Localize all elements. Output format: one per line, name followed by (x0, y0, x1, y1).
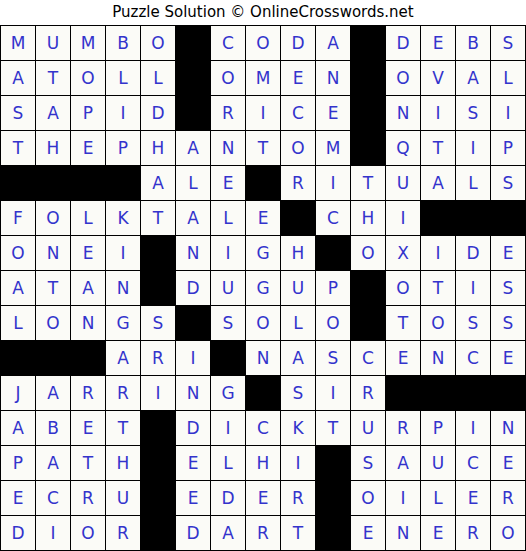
letter-cell-r13c12: A (386, 446, 420, 480)
letter-cell-r4c6: A (176, 131, 210, 165)
block-cell-r15c5 (141, 516, 175, 550)
letter-cell-r13c4: H (106, 446, 140, 480)
letter-cell-r10c13: N (421, 341, 455, 375)
letter-cell-r7c4: I (106, 236, 140, 270)
letter-cell-r5c5: A (141, 166, 175, 200)
letter-cell-r15c15: O (491, 516, 525, 550)
letter-cell-r8c4: N (106, 271, 140, 305)
letter-cell-r15c9: T (281, 516, 315, 550)
letter-cell-r13c6: E (176, 446, 210, 480)
letter-cell-r10c4: A (106, 341, 140, 375)
letter-cell-r11c6: N (176, 376, 210, 410)
letter-cell-r12c7: I (211, 411, 245, 445)
letter-cell-r1c3: M (71, 26, 105, 60)
letter-cell-r7c13: I (421, 236, 455, 270)
letter-cell-r11c11: R (351, 376, 385, 410)
letter-cell-r12c8: C (246, 411, 280, 445)
letter-cell-r11c4: R (106, 376, 140, 410)
letter-cell-r2c12: O (386, 61, 420, 95)
block-cell-r13c10 (316, 446, 350, 480)
block-cell-r9c6 (176, 306, 210, 340)
letter-cell-r13c3: T (71, 446, 105, 480)
letter-cell-r10c14: C (456, 341, 490, 375)
letter-cell-r1c1: M (1, 26, 35, 60)
letter-cell-r6c7: L (211, 201, 245, 235)
letter-cell-r7c9: H (281, 236, 315, 270)
letter-cell-r9c1: L (1, 306, 35, 340)
block-cell-r13c5 (141, 446, 175, 480)
letter-cell-r15c2: I (36, 516, 70, 550)
letter-cell-r4c8: T (246, 131, 280, 165)
letter-cell-r15c6: D (176, 516, 210, 550)
letter-cell-r13c13: U (421, 446, 455, 480)
block-cell-r8c11 (351, 271, 385, 305)
letter-cell-r8c1: A (1, 271, 35, 305)
letter-cell-r12c11: U (351, 411, 385, 445)
letter-cell-r6c8: E (246, 201, 280, 235)
letter-cell-r8c15: S (491, 271, 525, 305)
letter-cell-r6c6: A (176, 201, 210, 235)
letter-cell-r7c6: N (176, 236, 210, 270)
letter-cell-r1c8: O (246, 26, 280, 60)
letter-cell-r12c10: T (316, 411, 350, 445)
letter-cell-r2c4: L (106, 61, 140, 95)
letter-cell-r3c13: I (421, 96, 455, 130)
block-cell-r6c15 (491, 201, 525, 235)
letter-cell-r14c11: O (351, 481, 385, 515)
letter-cell-r6c11: H (351, 201, 385, 235)
letter-cell-r15c7: A (211, 516, 245, 550)
letter-cell-r4c13: T (421, 131, 455, 165)
letter-cell-r4c10: M (316, 131, 350, 165)
letter-cell-r11c10: I (316, 376, 350, 410)
letter-cell-r1c9: D (281, 26, 315, 60)
letter-cell-r12c13: P (421, 411, 455, 445)
block-cell-r15c10 (316, 516, 350, 550)
letter-cell-r9c13: O (421, 306, 455, 340)
block-cell-r10c2 (36, 341, 70, 375)
letter-cell-r5c13: A (421, 166, 455, 200)
letter-cell-r3c9: C (281, 96, 315, 130)
puzzle-solution-page: Puzzle Solution © OnlineCrosswords.net M… (0, 0, 526, 551)
letter-cell-r15c12: N (386, 516, 420, 550)
block-cell-r10c3 (71, 341, 105, 375)
letter-cell-r10c9: A (281, 341, 315, 375)
letter-cell-r2c10: N (316, 61, 350, 95)
letter-cell-r6c2: O (36, 201, 70, 235)
letter-cell-r9c9: L (281, 306, 315, 340)
letter-cell-r2c9: E (281, 61, 315, 95)
block-cell-r11c12 (386, 376, 420, 410)
letter-cell-r12c6: D (176, 411, 210, 445)
letter-cell-r15c11: E (351, 516, 385, 550)
letter-cell-r6c12: I (386, 201, 420, 235)
letter-cell-r13c11: S (351, 446, 385, 480)
letter-cell-r11c9: S (281, 376, 315, 410)
letter-cell-r2c13: V (421, 61, 455, 95)
letter-cell-r3c15: I (491, 96, 525, 130)
letter-cell-r14c12: I (386, 481, 420, 515)
letter-cell-r11c5: I (141, 376, 175, 410)
letter-cell-r15c4: R (106, 516, 140, 550)
letter-cell-r12c9: K (281, 411, 315, 445)
letter-cell-r4c1: T (1, 131, 35, 165)
letter-cell-r14c8: E (246, 481, 280, 515)
letter-cell-r8c7: U (211, 271, 245, 305)
block-cell-r5c3 (71, 166, 105, 200)
letter-cell-r15c8: R (246, 516, 280, 550)
letter-cell-r13c8: H (246, 446, 280, 480)
page-title: Puzzle Solution © OnlineCrosswords.net (0, 0, 526, 25)
letter-cell-r2c7: O (211, 61, 245, 95)
block-cell-r11c15 (491, 376, 525, 410)
letter-cell-r5c10: I (316, 166, 350, 200)
letter-cell-r4c15: P (491, 131, 525, 165)
letter-cell-r7c1: O (1, 236, 35, 270)
letter-cell-r10c6: I (176, 341, 210, 375)
letter-cell-r10c10: S (316, 341, 350, 375)
block-cell-r5c4 (106, 166, 140, 200)
letter-cell-r14c15: R (491, 481, 525, 515)
letter-cell-r7c8: G (246, 236, 280, 270)
block-cell-r9c11 (351, 306, 385, 340)
letter-cell-r14c7: D (211, 481, 245, 515)
letter-cell-r7c14: D (456, 236, 490, 270)
crossword-grid: MUMBOCODADEBSATOLLOMENOVALSAPIDRICENISIT… (0, 25, 526, 551)
letter-cell-r3c5: D (141, 96, 175, 130)
letter-cell-r13c7: L (211, 446, 245, 480)
block-cell-r11c14 (456, 376, 490, 410)
block-cell-r7c5 (141, 236, 175, 270)
letter-cell-r4c12: Q (386, 131, 420, 165)
letter-cell-r3c8: I (246, 96, 280, 130)
letter-cell-r7c7: I (211, 236, 245, 270)
letter-cell-r14c2: C (36, 481, 70, 515)
letter-cell-r8c2: T (36, 271, 70, 305)
block-cell-r11c8 (246, 376, 280, 410)
letter-cell-r1c10: A (316, 26, 350, 60)
letter-cell-r11c1: J (1, 376, 35, 410)
letter-cell-r5c6: L (176, 166, 210, 200)
block-cell-r5c1 (1, 166, 35, 200)
letter-cell-r6c4: K (106, 201, 140, 235)
letter-cell-r9c7: S (211, 306, 245, 340)
letter-cell-r4c3: E (71, 131, 105, 165)
letter-cell-r8c12: O (386, 271, 420, 305)
letter-cell-r15c14: R (456, 516, 490, 550)
letter-cell-r14c1: E (1, 481, 35, 515)
letter-cell-r2c1: A (1, 61, 35, 95)
block-cell-r11c13 (421, 376, 455, 410)
letter-cell-r8c14: I (456, 271, 490, 305)
letter-cell-r5c9: R (281, 166, 315, 200)
letter-cell-r3c12: N (386, 96, 420, 130)
letter-cell-r14c13: L (421, 481, 455, 515)
letter-cell-r4c2: H (36, 131, 70, 165)
letter-cell-r7c2: N (36, 236, 70, 270)
letter-cell-r2c5: L (141, 61, 175, 95)
block-cell-r7c10 (316, 236, 350, 270)
letter-cell-r5c12: U (386, 166, 420, 200)
letter-cell-r13c1: P (1, 446, 35, 480)
block-cell-r10c7 (211, 341, 245, 375)
letter-cell-r1c4: B (106, 26, 140, 60)
letter-cell-r1c5: O (141, 26, 175, 60)
block-cell-r3c6 (176, 96, 210, 130)
letter-cell-r7c12: X (386, 236, 420, 270)
letter-cell-r12c1: A (1, 411, 35, 445)
block-cell-r14c5 (141, 481, 175, 515)
letter-cell-r11c2: A (36, 376, 70, 410)
letter-cell-r9c4: G (106, 306, 140, 340)
letter-cell-r3c10: E (316, 96, 350, 130)
block-cell-r8c5 (141, 271, 175, 305)
letter-cell-r13c14: C (456, 446, 490, 480)
letter-cell-r14c14: E (456, 481, 490, 515)
letter-cell-r13c15: E (491, 446, 525, 480)
letter-cell-r14c3: R (71, 481, 105, 515)
letter-cell-r10c11: C (351, 341, 385, 375)
letter-cell-r6c3: L (71, 201, 105, 235)
letter-cell-r1c12: D (386, 26, 420, 60)
letter-cell-r7c11: O (351, 236, 385, 270)
letter-cell-r5c11: T (351, 166, 385, 200)
letter-cell-r7c3: E (71, 236, 105, 270)
letter-cell-r9c8: O (246, 306, 280, 340)
letter-cell-r8c8: G (246, 271, 280, 305)
letter-cell-r3c4: I (106, 96, 140, 130)
letter-cell-r11c7: G (211, 376, 245, 410)
letter-cell-r12c4: T (106, 411, 140, 445)
letter-cell-r6c5: T (141, 201, 175, 235)
letter-cell-r5c15: S (491, 166, 525, 200)
block-cell-r6c14 (456, 201, 490, 235)
letter-cell-r14c9: R (281, 481, 315, 515)
letter-cell-r1c15: S (491, 26, 525, 60)
letter-cell-r15c3: O (71, 516, 105, 550)
letter-cell-r12c12: R (386, 411, 420, 445)
letter-cell-r9c5: S (141, 306, 175, 340)
block-cell-r6c9 (281, 201, 315, 235)
letter-cell-r2c3: O (71, 61, 105, 95)
letter-cell-r8c9: U (281, 271, 315, 305)
block-cell-r5c2 (36, 166, 70, 200)
letter-cell-r12c3: E (71, 411, 105, 445)
letter-cell-r13c2: A (36, 446, 70, 480)
letter-cell-r4c9: O (281, 131, 315, 165)
letter-cell-r9c15: S (491, 306, 525, 340)
block-cell-r2c11 (351, 61, 385, 95)
letter-cell-r10c8: N (246, 341, 280, 375)
letter-cell-r12c2: B (36, 411, 70, 445)
letter-cell-r9c10: O (316, 306, 350, 340)
letter-cell-r1c13: E (421, 26, 455, 60)
letter-cell-r1c2: U (36, 26, 70, 60)
letter-cell-r1c7: C (211, 26, 245, 60)
letter-cell-r2c14: A (456, 61, 490, 95)
letter-cell-r11c3: R (71, 376, 105, 410)
letter-cell-r15c13: E (421, 516, 455, 550)
letter-cell-r8c3: A (71, 271, 105, 305)
block-cell-r10c1 (1, 341, 35, 375)
letter-cell-r3c14: S (456, 96, 490, 130)
block-cell-r14c10 (316, 481, 350, 515)
letter-cell-r2c2: T (36, 61, 70, 95)
letter-cell-r8c13: T (421, 271, 455, 305)
letter-cell-r13c9: I (281, 446, 315, 480)
letter-cell-r1c14: B (456, 26, 490, 60)
letter-cell-r8c6: D (176, 271, 210, 305)
letter-cell-r3c3: P (71, 96, 105, 130)
letter-cell-r14c4: U (106, 481, 140, 515)
letter-cell-r4c5: H (141, 131, 175, 165)
letter-cell-r5c7: E (211, 166, 245, 200)
letter-cell-r2c8: M (246, 61, 280, 95)
block-cell-r1c11 (351, 26, 385, 60)
letter-cell-r5c14: L (456, 166, 490, 200)
letter-cell-r9c3: N (71, 306, 105, 340)
letter-cell-r9c2: O (36, 306, 70, 340)
letter-cell-r3c7: R (211, 96, 245, 130)
letter-cell-r6c1: F (1, 201, 35, 235)
letter-cell-r9c14: S (456, 306, 490, 340)
block-cell-r12c5 (141, 411, 175, 445)
block-cell-r3c11 (351, 96, 385, 130)
letter-cell-r12c15: N (491, 411, 525, 445)
letter-cell-r12c14: I (456, 411, 490, 445)
letter-cell-r10c15: E (491, 341, 525, 375)
letter-cell-r6c10: C (316, 201, 350, 235)
letter-cell-r2c15: L (491, 61, 525, 95)
letter-cell-r10c12: E (386, 341, 420, 375)
letter-cell-r15c1: D (1, 516, 35, 550)
block-cell-r4c11 (351, 131, 385, 165)
letter-cell-r3c2: A (36, 96, 70, 130)
letter-cell-r10c5: R (141, 341, 175, 375)
letter-cell-r9c12: T (386, 306, 420, 340)
letter-cell-r4c4: P (106, 131, 140, 165)
block-cell-r2c6 (176, 61, 210, 95)
letter-cell-r4c7: N (211, 131, 245, 165)
block-cell-r5c8 (246, 166, 280, 200)
letter-cell-r4c14: I (456, 131, 490, 165)
letter-cell-r14c6: E (176, 481, 210, 515)
block-cell-r1c6 (176, 26, 210, 60)
block-cell-r6c13 (421, 201, 455, 235)
letter-cell-r3c1: S (1, 96, 35, 130)
letter-cell-r7c15: E (491, 236, 525, 270)
letter-cell-r8c10: P (316, 271, 350, 305)
